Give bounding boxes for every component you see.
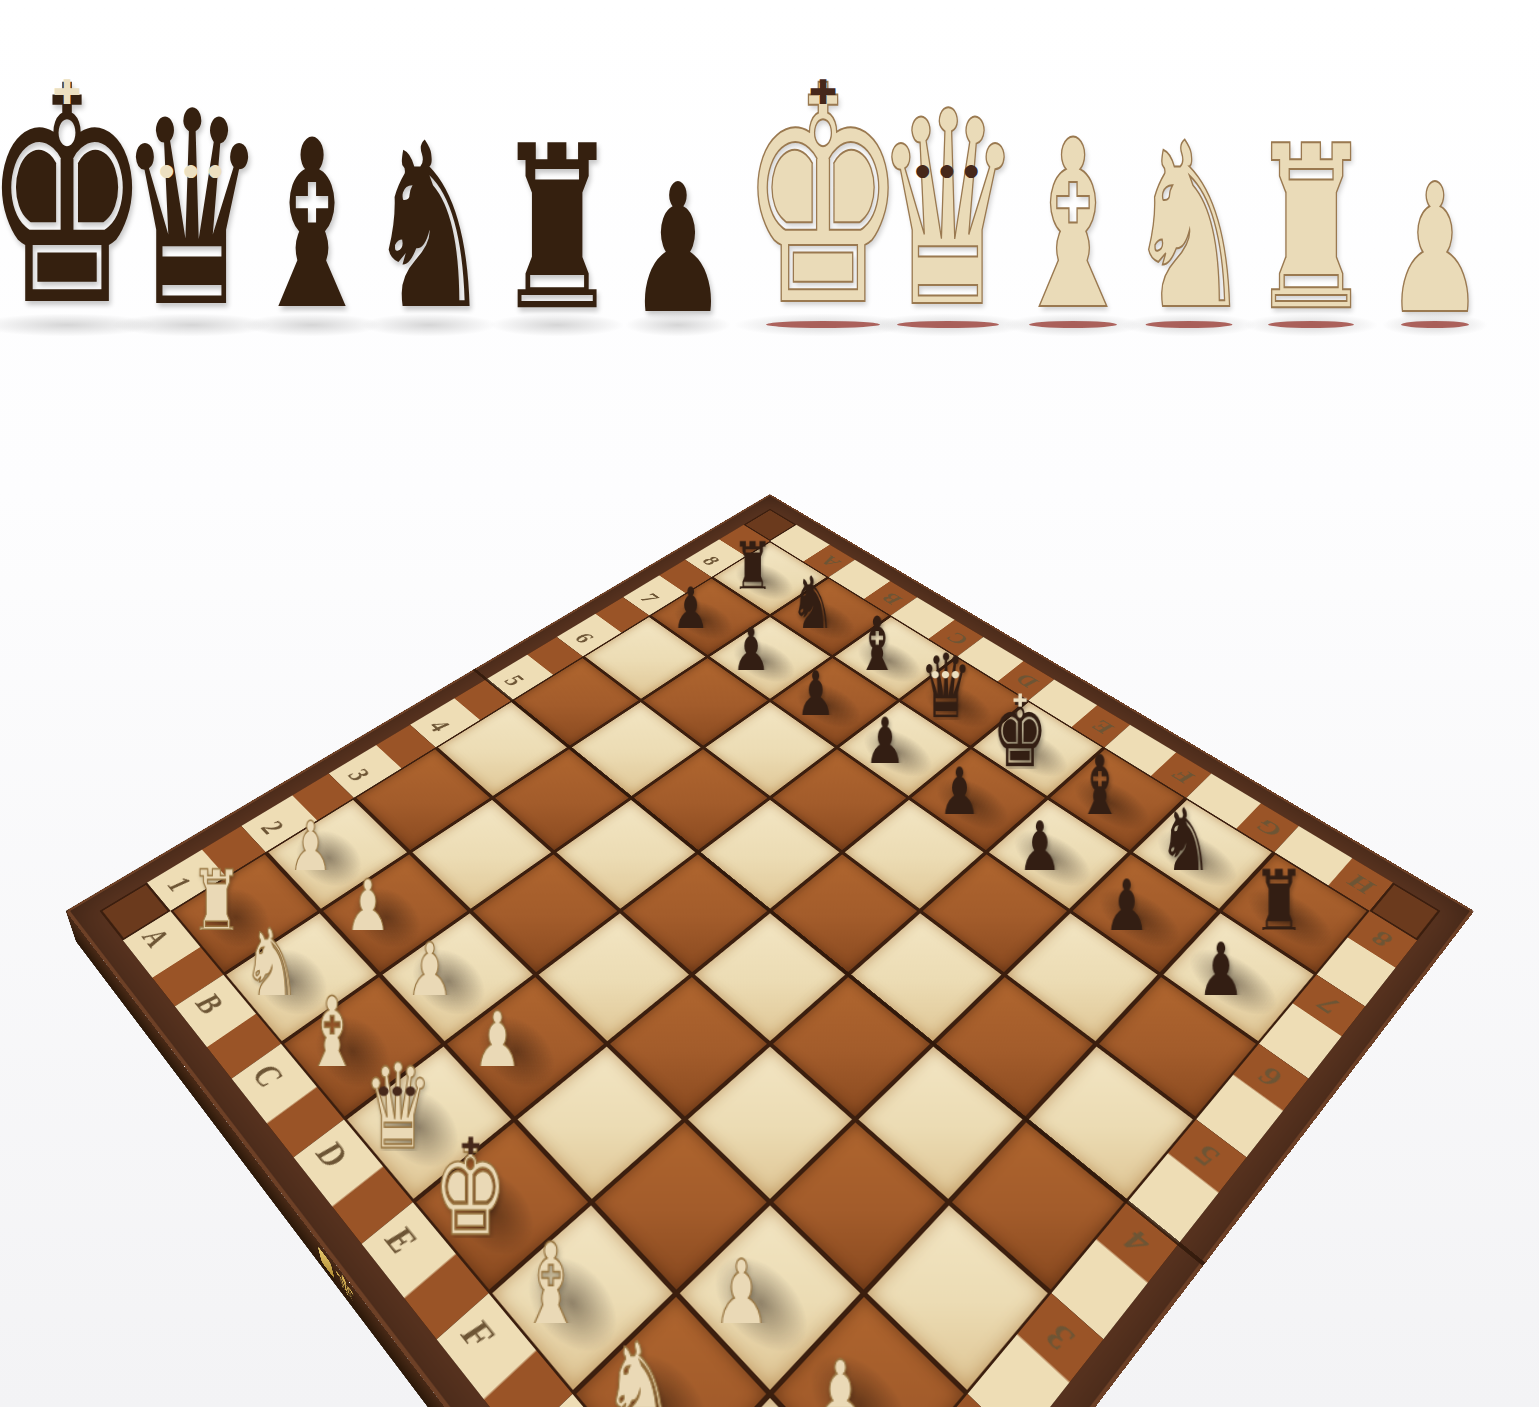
lineup-dark-set-king: ♚✚ xyxy=(66,324,68,325)
dark-set-rook-glyph: ♜ xyxy=(494,133,620,325)
lineup-dark-set-bishop: ♝ xyxy=(311,324,313,325)
page: { "game": "chess", "scene_type": "Produc… xyxy=(0,0,1539,1407)
lineup-dark-set-queen: ♛● ● ● xyxy=(191,324,193,325)
light-set-knight-glyph: ♞ xyxy=(1126,131,1253,325)
dark-set-queen-glyph: ♛ xyxy=(118,97,267,325)
lineup-light-set-bishop: ♝ xyxy=(1072,324,1074,325)
king-cross-accent: ✚ xyxy=(809,75,838,109)
pawn-glyph: ♟ xyxy=(809,1354,871,1407)
dark-set-bishop-glyph: ♝ xyxy=(248,128,377,325)
light-set-bishop-glyph: ♝ xyxy=(1009,128,1138,325)
lineup-dark-set-pawn: ♟ xyxy=(677,324,679,325)
square-e4[interactable] xyxy=(692,911,848,1044)
queen-orbs-accent: ●●● xyxy=(378,1084,418,1097)
light-set-rook-glyph: ♜ xyxy=(1248,133,1374,325)
dark-set-knight-glyph: ♞ xyxy=(366,131,493,325)
lineup-dark-set-rook: ♜ xyxy=(556,324,558,325)
pawn-glyph: ♟ xyxy=(472,1006,523,1079)
king-cross-accent: ✚ xyxy=(53,75,82,109)
piece-white-pawn-h2[interactable]: ♟ xyxy=(769,1311,911,1407)
lineup-light-set-king: ♚✚ xyxy=(822,324,824,325)
queen-orbs-accent: ● ● ● xyxy=(159,162,224,179)
king-cross-accent: ✚ xyxy=(461,1133,481,1157)
knight-glyph: ♞ xyxy=(790,572,835,637)
piece-lineup: ♚✚♛● ● ●♝♞♜♟♚✚♛● ● ●♝♞♜♟ xyxy=(0,0,1539,420)
queen-orbs-accent: ●●● xyxy=(931,669,961,679)
lineup-light-set-queen: ♛● ● ● xyxy=(947,324,949,325)
board-grid: ♜♞♝♛●●●♚✚♝♞♜♟♟♟♟♟♟♟♟♟♟♟♟♟♟♜♞♝♛●●●♚✚♝♞♜ xyxy=(170,541,1369,1407)
lineup-light-set-rook: ♜ xyxy=(1310,324,1312,325)
dark-set-pawn-glyph: ♟ xyxy=(629,174,728,325)
light-set-queen-glyph: ♛ xyxy=(874,97,1023,325)
lineup-dark-set-knight: ♞ xyxy=(428,324,430,325)
lineup-light-set-pawn: ♟ xyxy=(1434,324,1436,325)
board-scene: ⚜ ♜♞♝♛●●●♚✚♝♞♜♟♟♟♟♟♟♟♟♟♟♟♟♟♟♜♞♝♛●●●♚✚♝♞♜… xyxy=(20,428,1520,1393)
queen-orbs-accent: ● ● ● xyxy=(915,162,980,179)
knight-glyph: ♞ xyxy=(602,1336,676,1407)
light-set-pawn-glyph: ♟ xyxy=(1386,174,1485,325)
piece-white-knight-g1[interactable]: ♞ xyxy=(569,1311,711,1407)
lineup-light-set-knight: ♞ xyxy=(1188,324,1190,325)
